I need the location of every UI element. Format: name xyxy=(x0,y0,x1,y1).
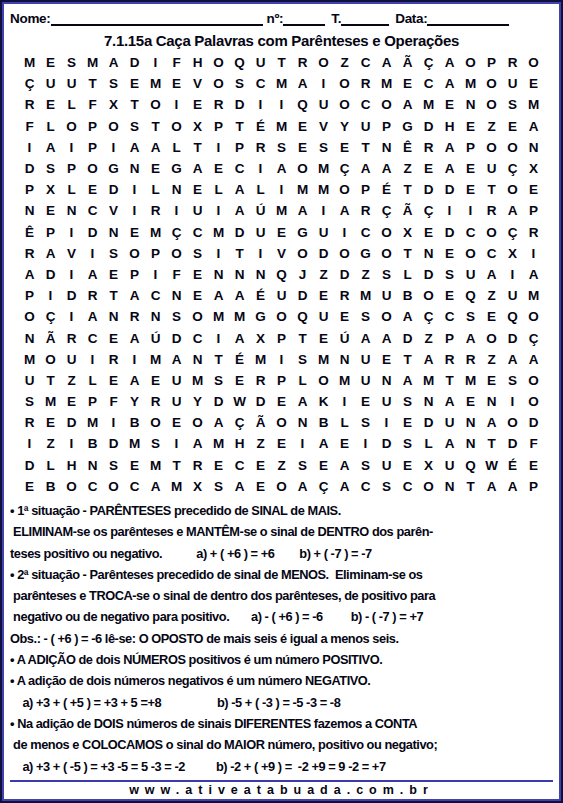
grid-cell-r12c5: T xyxy=(103,285,124,306)
grid-cell-r18c22: N xyxy=(460,412,481,433)
grid-cell-r11c5: E xyxy=(103,264,124,285)
grid-cell-r17c18: U xyxy=(376,391,397,412)
grid-cell-r13c22: S xyxy=(460,306,481,327)
grid-cell-r1c24: R xyxy=(502,52,523,73)
grid-cell-r8c12: Ú xyxy=(250,200,271,221)
grid-cell-r13c11: M xyxy=(229,306,250,327)
grid-cell-r12c11: A xyxy=(229,285,250,306)
grid-cell-r18c14: N xyxy=(292,412,313,433)
grid-cell-r20c10: E xyxy=(208,455,229,476)
grid-cell-r9c13: E xyxy=(271,222,292,243)
grid-cell-r11c7: I xyxy=(145,264,166,285)
grid-cell-r4c6: S xyxy=(124,116,145,137)
grid-cell-r8c23: R xyxy=(481,200,502,221)
grid-cell-r9c16: I xyxy=(334,222,355,243)
grid-cell-r9c11: D xyxy=(229,222,250,243)
grid-cell-r21c5: O xyxy=(103,476,124,497)
grid-cell-r21c13: O xyxy=(271,476,292,497)
grid-cell-r8c2: E xyxy=(40,200,61,221)
grid-cell-r20c12: E xyxy=(250,455,271,476)
grid-cell-r14c8: D xyxy=(166,327,187,348)
grid-cell-r12c3: D xyxy=(61,285,82,306)
grid-cell-r11c8: F xyxy=(166,264,187,285)
grid-cell-r3c17: C xyxy=(355,94,376,115)
grid-cell-r4c15: V xyxy=(313,116,334,137)
grid-cell-r17c7: R xyxy=(145,391,166,412)
grid-cell-r9c9: C xyxy=(187,222,208,243)
grid-cell-r16c5: E xyxy=(103,370,124,391)
grid-cell-r19c9: A xyxy=(187,433,208,454)
grid-cell-r1c5: A xyxy=(103,52,124,73)
grid-cell-r2c20: C xyxy=(418,73,439,94)
grid-cell-r12c23: Z xyxy=(481,285,502,306)
grid-cell-r4c16: Y xyxy=(334,116,355,137)
grid-cell-r17c2: M xyxy=(40,391,61,412)
grid-cell-r1c21: A xyxy=(439,52,460,73)
grid-cell-r17c23: N xyxy=(481,391,502,412)
grid-cell-r4c25: A xyxy=(523,116,544,137)
grid-cell-r3c12: I xyxy=(250,94,271,115)
grid-cell-r13c12: G xyxy=(250,306,271,327)
worksheet-page: Nome: nº: T. Data: 7.1.15a Caça Palavras… xyxy=(0,0,563,803)
grid-cell-r4c21: H xyxy=(439,116,460,137)
grid-cell-r3c19: A xyxy=(397,94,418,115)
rule-line-3: teses positivo ou negativo. a) + ( +6 ) … xyxy=(10,543,553,564)
grid-cell-r17c25: O xyxy=(523,391,544,412)
grid-cell-r14c19: D xyxy=(397,327,418,348)
date-blank-line xyxy=(427,11,509,26)
grid-cell-r14c17: A xyxy=(355,327,376,348)
grid-cell-r15c10: T xyxy=(208,349,229,370)
grid-cell-r13c1: O xyxy=(19,306,40,327)
grid-cell-r19c2: Z xyxy=(40,433,61,454)
grid-cell-r11c17: Z xyxy=(355,264,376,285)
grid-cell-r17c3: E xyxy=(61,391,82,412)
grid-cell-r6c8: G xyxy=(166,158,187,179)
grid-cell-r21c9: X xyxy=(187,476,208,497)
grid-cell-r10c1: R xyxy=(19,243,40,264)
grid-cell-r4c5: O xyxy=(103,116,124,137)
grid-cell-r4c4: P xyxy=(82,116,103,137)
grid-cell-r3c20: M xyxy=(418,94,439,115)
grid-cell-r10c23: C xyxy=(481,243,502,264)
grid-cell-r18c16: L xyxy=(334,412,355,433)
grid-cell-r7c6: I xyxy=(124,179,145,200)
rule-line-10: a) +3 + ( +5 ) = +3 + 5 =+8 b) -5 + ( -3… xyxy=(10,692,553,713)
grid-cell-r8c13: M xyxy=(271,200,292,221)
grid-cell-r3c7: O xyxy=(145,94,166,115)
grid-cell-r5c3: I xyxy=(61,137,82,158)
grid-cell-r18c1: R xyxy=(19,412,40,433)
grid-cell-r16c12: R xyxy=(250,370,271,391)
grid-cell-r14c15: E xyxy=(313,327,334,348)
grid-cell-r10c11: T xyxy=(229,243,250,264)
grid-cell-r4c12: É xyxy=(250,116,271,137)
grid-cell-r1c9: H xyxy=(187,52,208,73)
grid-cell-r16c9: M xyxy=(187,370,208,391)
grid-cell-r14c5: E xyxy=(103,327,124,348)
grid-cell-r1c12: U xyxy=(250,52,271,73)
grid-cell-r13c17: S xyxy=(355,306,376,327)
grid-cell-r3c15: U xyxy=(313,94,334,115)
grid-cell-r7c12: L xyxy=(250,179,271,200)
grid-cell-r15c14: S xyxy=(292,349,313,370)
grid-cell-r2c6: E xyxy=(124,73,145,94)
grid-cell-r11c15: Z xyxy=(313,264,334,285)
grid-cell-r8c20: Ç xyxy=(418,200,439,221)
grid-cell-r9c17: C xyxy=(355,222,376,243)
grid-cell-r16c11: E xyxy=(229,370,250,391)
grid-cell-r21c15: Ç xyxy=(313,476,334,497)
grid-cell-r13c13: O xyxy=(271,306,292,327)
grid-cell-r15c12: M xyxy=(250,349,271,370)
rule-line-12: de menos e COLOCAMOS o sinal do MAIOR nú… xyxy=(10,734,553,755)
grid-cell-r18c19: E xyxy=(397,412,418,433)
grid-cell-r5c17: T xyxy=(355,137,376,158)
grid-cell-r7c20: D xyxy=(418,179,439,200)
grid-cell-r3c6: T xyxy=(124,94,145,115)
grid-cell-r1c14: R xyxy=(292,52,313,73)
grid-cell-r12c4: R xyxy=(82,285,103,306)
grid-cell-r11c18: S xyxy=(376,264,397,285)
grid-cell-r6c6: N xyxy=(124,158,145,179)
grid-cell-r1c7: I xyxy=(145,52,166,73)
grid-cell-r17c11: W xyxy=(229,391,250,412)
grid-cell-r7c2: X xyxy=(40,179,61,200)
grid-cell-r1c13: T xyxy=(271,52,292,73)
number-label: nº: xyxy=(267,11,284,26)
grid-cell-r1c25: O xyxy=(523,52,544,73)
grid-cell-r7c9: E xyxy=(187,179,208,200)
grid-cell-r8c18: Ç xyxy=(376,200,397,221)
grid-cell-r17c13: E xyxy=(271,391,292,412)
grid-cell-r21c24: A xyxy=(502,476,523,497)
grid-cell-r9c4: D xyxy=(82,222,103,243)
grid-cell-r21c18: S xyxy=(376,476,397,497)
grid-cell-r11c3: I xyxy=(61,264,82,285)
rule-line-9: • A adição de dois números negativos é u… xyxy=(10,670,553,691)
grid-cell-r18c11: Ç xyxy=(229,412,250,433)
header-row: Nome: nº: T. Data: xyxy=(10,6,553,26)
grid-cell-r3c22: N xyxy=(460,94,481,115)
grid-cell-r3c18: O xyxy=(376,94,397,115)
grid-cell-r2c21: A xyxy=(439,73,460,94)
grid-cell-r15c11: É xyxy=(229,349,250,370)
grid-cell-r20c4: N xyxy=(82,455,103,476)
grid-cell-r12c10: A xyxy=(208,285,229,306)
grid-cell-r10c10: I xyxy=(208,243,229,264)
grid-cell-r19c19: S xyxy=(397,433,418,454)
grid-cell-r14c13: P xyxy=(271,327,292,348)
grid-cell-r6c13: A xyxy=(271,158,292,179)
grid-cell-r17c15: K xyxy=(313,391,334,412)
grid-cell-r3c16: O xyxy=(334,94,355,115)
grid-cell-r9c12: U xyxy=(250,222,271,243)
grid-cell-r11c4: A xyxy=(82,264,103,285)
grid-cell-r7c8: N xyxy=(166,179,187,200)
grid-cell-r1c18: A xyxy=(376,52,397,73)
grid-cell-r14c4: C xyxy=(82,327,103,348)
grid-cell-r2c23: O xyxy=(481,73,502,94)
grid-cell-r2c4: T xyxy=(82,73,103,94)
grid-cell-r18c18: I xyxy=(376,412,397,433)
date-label: Data: xyxy=(395,11,427,26)
grid-cell-r18c9: O xyxy=(187,412,208,433)
grid-cell-r7c14: M xyxy=(292,179,313,200)
grid-cell-r6c20: E xyxy=(418,158,439,179)
grid-cell-r4c22: E xyxy=(460,116,481,137)
grid-cell-r13c25: O xyxy=(523,306,544,327)
grid-cell-r19c21: A xyxy=(439,433,460,454)
grid-cell-r15c7: M xyxy=(145,349,166,370)
grid-cell-r17c17: E xyxy=(355,391,376,412)
footer-url: www.ativeatabuada.com.br xyxy=(10,780,553,799)
grid-cell-r13c6: R xyxy=(124,306,145,327)
grid-cell-r21c6: C xyxy=(124,476,145,497)
grid-cell-r15c2: O xyxy=(40,349,61,370)
grid-cell-r7c19: T xyxy=(397,179,418,200)
grid-cell-r5c4: P xyxy=(82,137,103,158)
rule-line-8: • A ADIÇÃO de dois NÚMEROS positivos é u… xyxy=(10,649,553,670)
word-search-grid: MESMADIFHOQUTROZCAÃÇAOPROÇUUTSEMEVOSCMAI… xyxy=(19,52,544,497)
grid-cell-r17c14: A xyxy=(292,391,313,412)
grid-cell-r1c23: P xyxy=(481,52,502,73)
grid-cell-r10c18: O xyxy=(376,243,397,264)
grid-cell-r14c1: N xyxy=(19,327,40,348)
grid-cell-r21c23: A xyxy=(481,476,502,497)
rule-line-11: • Na adição de DOIS números de sinais DI… xyxy=(10,713,553,734)
grid-cell-r15c24: A xyxy=(502,349,523,370)
grid-cell-r8c15: I xyxy=(313,200,334,221)
grid-cell-r13c10: M xyxy=(208,306,229,327)
grid-cell-r5c9: T xyxy=(187,137,208,158)
grid-cell-r8c5: V xyxy=(103,200,124,221)
class-blank-line xyxy=(341,11,389,26)
grid-cell-r8c21: I xyxy=(439,200,460,221)
grid-cell-r14c11: A xyxy=(229,327,250,348)
grid-cell-r9c10: M xyxy=(208,222,229,243)
grid-cell-r3c25: M xyxy=(523,94,544,115)
grid-cell-r9c25: R xyxy=(523,222,544,243)
grid-cell-r18c13: O xyxy=(271,412,292,433)
grid-cell-r6c19: Z xyxy=(397,158,418,179)
grid-cell-r12c13: U xyxy=(271,285,292,306)
grid-cell-r12c17: M xyxy=(355,285,376,306)
grid-cell-r9c24: Ç xyxy=(502,222,523,243)
grid-cell-r16c10: S xyxy=(208,370,229,391)
grid-cell-r6c18: A xyxy=(376,158,397,179)
grid-cell-r12c21: E xyxy=(439,285,460,306)
worksheet-inner-frame: Nome: nº: T. Data: 7.1.15a Caça Palavras… xyxy=(2,2,561,801)
grid-cell-r2c13: M xyxy=(271,73,292,94)
grid-cell-r6c11: C xyxy=(229,158,250,179)
rule-line-13: a) +3 + ( -5 ) = +3 -5 = 5 -3 = -2 b) -2… xyxy=(10,756,553,777)
grid-cell-r20c24: É xyxy=(502,455,523,476)
grid-cell-r2c17: R xyxy=(355,73,376,94)
grid-cell-r1c22: O xyxy=(460,52,481,73)
grid-cell-r12c15: E xyxy=(313,285,334,306)
grid-cell-r9c8: Ç xyxy=(166,222,187,243)
grid-cell-r5c13: S xyxy=(271,137,292,158)
grid-cell-r7c22: E xyxy=(460,179,481,200)
grid-cell-r9c21: D xyxy=(439,222,460,243)
grid-cell-r11c11: N xyxy=(229,264,250,285)
grid-cell-r4c8: O xyxy=(166,116,187,137)
grid-cell-r10c20: N xyxy=(418,243,439,264)
grid-cell-r2c19: E xyxy=(397,73,418,94)
grid-cell-r19c12: Z xyxy=(250,433,271,454)
grid-cell-r3c21: E xyxy=(439,94,460,115)
grid-cell-r5c11: P xyxy=(229,137,250,158)
grid-cell-r4c23: Z xyxy=(481,116,502,137)
grid-cell-r14c2: Ã xyxy=(40,327,61,348)
rule-line-5: parênteses e TROCA-se o sinal de dentro … xyxy=(10,585,553,606)
grid-cell-r12c14: D xyxy=(292,285,313,306)
grid-cell-r2c10: O xyxy=(208,73,229,94)
grid-cell-r15c6: I xyxy=(124,349,145,370)
grid-cell-r7c21: D xyxy=(439,179,460,200)
grid-cell-r18c12: Ã xyxy=(250,412,271,433)
grid-cell-r5c12: R xyxy=(250,137,271,158)
grid-cell-r5c15: S xyxy=(313,137,334,158)
grid-cell-r21c1: E xyxy=(19,476,40,497)
grid-cell-r5c25: N xyxy=(523,137,544,158)
grid-cell-r4c10: P xyxy=(208,116,229,137)
grid-cell-r5c21: A xyxy=(439,137,460,158)
grid-cell-r9c2: P xyxy=(40,222,61,243)
grid-cell-r15c1: M xyxy=(19,349,40,370)
grid-cell-r8c22: I xyxy=(460,200,481,221)
grid-cell-r7c10: L xyxy=(208,179,229,200)
grid-cell-r8c4: C xyxy=(82,200,103,221)
grid-cell-r10c24: X xyxy=(502,243,523,264)
grid-cell-r10c22: O xyxy=(460,243,481,264)
grid-cell-r18c3: D xyxy=(61,412,82,433)
grid-cell-r8c3: N xyxy=(61,200,82,221)
grid-cell-r17c4: P xyxy=(82,391,103,412)
grid-cell-r2c7: M xyxy=(145,73,166,94)
grid-cell-r16c6: A xyxy=(124,370,145,391)
grid-cell-r18c2: E xyxy=(40,412,61,433)
grid-cell-r10c21: E xyxy=(439,243,460,264)
grid-cell-r11c22: U xyxy=(460,264,481,285)
grid-cell-r1c4: M xyxy=(82,52,103,73)
grid-cell-r15c8: A xyxy=(166,349,187,370)
grid-cell-r15c18: E xyxy=(376,349,397,370)
grid-cell-r6c5: G xyxy=(103,158,124,179)
number-blank-line xyxy=(283,11,325,26)
grid-cell-r5c7: A xyxy=(145,137,166,158)
grid-cell-r17c6: Y xyxy=(124,391,145,412)
grid-cell-r9c15: U xyxy=(313,222,334,243)
grid-cell-r20c23: W xyxy=(481,455,502,476)
grid-cell-r18c10: A xyxy=(208,412,229,433)
grid-cell-r16c1: U xyxy=(19,370,40,391)
grid-cell-r3c24: S xyxy=(502,94,523,115)
grid-cell-r11c6: P xyxy=(124,264,145,285)
grid-cell-r3c4: F xyxy=(82,94,103,115)
grid-cell-r13c15: U xyxy=(313,306,334,327)
grid-cell-r6c4: O xyxy=(82,158,103,179)
grid-cell-r21c7: A xyxy=(145,476,166,497)
grid-cell-r6c1: D xyxy=(19,158,40,179)
grid-cell-r14c24: D xyxy=(502,327,523,348)
grid-cell-r12c24: U xyxy=(502,285,523,306)
grid-cell-r17c20: N xyxy=(418,391,439,412)
grid-cell-r8c1: N xyxy=(19,200,40,221)
grid-cell-r9c5: N xyxy=(103,222,124,243)
grid-cell-r19c4: B xyxy=(82,433,103,454)
grid-cell-r12c16: R xyxy=(334,285,355,306)
page-title: 7.1.15a Caça Palavras com Parênteses e O… xyxy=(10,32,553,49)
grid-cell-r5c10: I xyxy=(208,137,229,158)
grid-cell-r5c22: P xyxy=(460,137,481,158)
grid-cell-r16c14: L xyxy=(292,370,313,391)
grid-cell-r13c23: E xyxy=(481,306,502,327)
class-label: T. xyxy=(331,11,341,26)
grid-cell-r19c14: I xyxy=(292,433,313,454)
grid-cell-r15c22: R xyxy=(460,349,481,370)
grid-cell-r6c21: A xyxy=(439,158,460,179)
grid-cell-r4c11: T xyxy=(229,116,250,137)
grid-cell-r2c22: M xyxy=(460,73,481,94)
grid-cell-r17c21: A xyxy=(439,391,460,412)
grid-cell-r9c23: O xyxy=(481,222,502,243)
grid-cell-r17c9: Y xyxy=(187,391,208,412)
grid-cell-r13c2: Ç xyxy=(40,306,61,327)
grid-cell-r15c25: A xyxy=(523,349,544,370)
grid-cell-r20c25: E xyxy=(523,455,544,476)
grid-cell-r3c11: D xyxy=(229,94,250,115)
grid-cell-r19c3: I xyxy=(61,433,82,454)
grid-cell-r20c3: H xyxy=(61,455,82,476)
grid-cell-r2c12: C xyxy=(250,73,271,94)
grid-cell-r14c12: X xyxy=(250,327,271,348)
grid-cell-r10c14: O xyxy=(292,243,313,264)
grid-cell-r19c18: D xyxy=(376,433,397,454)
grid-cell-r14c9: C xyxy=(187,327,208,348)
rule-line-4: • 2ª situação - Parênteses precedido de … xyxy=(10,564,553,585)
grid-cell-r14c3: R xyxy=(61,327,82,348)
grid-cell-r19c24: D xyxy=(502,433,523,454)
grid-cell-r18c7: O xyxy=(145,412,166,433)
grid-cell-r11c14: J xyxy=(292,264,313,285)
grid-cell-r9c1: Ê xyxy=(19,222,40,243)
grid-cell-r11c13: Q xyxy=(271,264,292,285)
grid-cell-r2c15: I xyxy=(313,73,334,94)
grid-cell-r7c3: L xyxy=(61,179,82,200)
grid-cell-r8c6: I xyxy=(124,200,145,221)
grid-cell-r2c9: V xyxy=(187,73,208,94)
grid-cell-r15c9: N xyxy=(187,349,208,370)
grid-cell-r1c19: Ã xyxy=(397,52,418,73)
grid-cell-r17c16: I xyxy=(334,391,355,412)
grid-cell-r17c19: S xyxy=(397,391,418,412)
grid-cell-r8c7: R xyxy=(145,200,166,221)
grid-cell-r20c14: S xyxy=(292,455,313,476)
grid-cell-r16c13: P xyxy=(271,370,292,391)
grid-cell-r12c2: I xyxy=(40,285,61,306)
grid-cell-r6c7: E xyxy=(145,158,166,179)
grid-cell-r12c12: É xyxy=(250,285,271,306)
grid-cell-r10c4: I xyxy=(82,243,103,264)
grid-cell-r1c16: Z xyxy=(334,52,355,73)
grid-cell-r7c16: O xyxy=(334,179,355,200)
grid-cell-r14c10: I xyxy=(208,327,229,348)
grid-cell-r2c25: E xyxy=(523,73,544,94)
grid-cell-r13c4: A xyxy=(82,306,103,327)
grid-cell-r1c17: C xyxy=(355,52,376,73)
